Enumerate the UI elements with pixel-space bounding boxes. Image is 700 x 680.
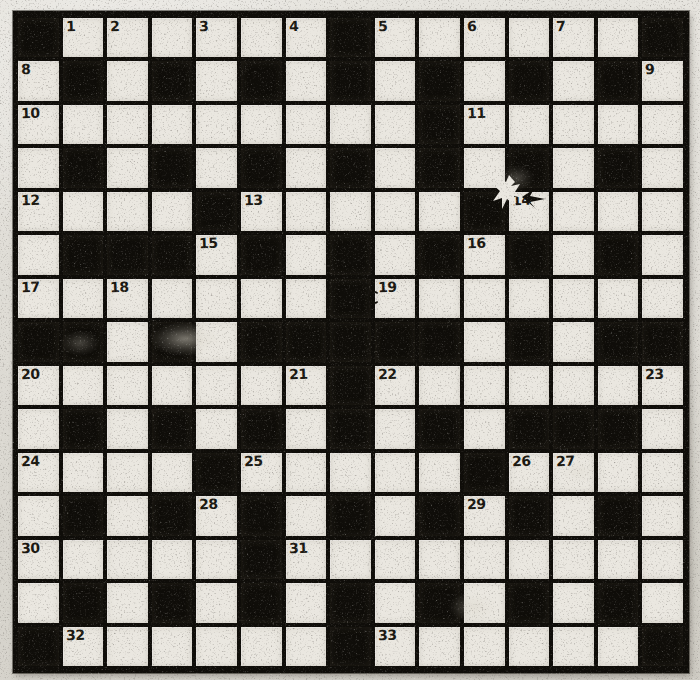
- grid-cell-r9c14[interactable]: [642, 409, 683, 448]
- clue-number-11: 11: [467, 106, 486, 122]
- grid-cell-r12c12[interactable]: [553, 540, 594, 579]
- grid-cell-r6c7-black: [330, 279, 371, 318]
- grid-cell-r5c6[interactable]: [286, 235, 327, 274]
- grid-cell-r0c2[interactable]: 2: [107, 18, 148, 57]
- grid-cell-r13c3-black: [152, 583, 193, 622]
- grid-cell-r12c6[interactable]: 31: [286, 540, 327, 579]
- grid-cell-r2c3[interactable]: [152, 105, 193, 144]
- grid-cell-r3c14[interactable]: [642, 148, 683, 187]
- grid-cell-r3c1-black: [63, 148, 104, 187]
- clue-number-12: 12: [21, 193, 40, 209]
- grid-cell-r8c6[interactable]: 21: [286, 366, 327, 405]
- grid-cell-r13c12[interactable]: [553, 583, 594, 622]
- grid-cell-r7c2[interactable]: [107, 322, 148, 361]
- clue-number-4: 4: [288, 19, 298, 35]
- grid-cell-r3c7-black: [330, 148, 371, 187]
- grid-cell-r1c14[interactable]: 9: [642, 61, 683, 100]
- grid-cell-r9c11-black: [509, 409, 550, 448]
- grid-cell-r11c8[interactable]: [375, 496, 416, 535]
- grid-cell-r13c4[interactable]: [196, 583, 237, 622]
- grid-cell-r4c13[interactable]: [598, 192, 639, 231]
- clue-number-14: 14: [511, 193, 530, 209]
- grid-cell-r8c7-black: [330, 366, 371, 405]
- grid-cell-r9c6[interactable]: [286, 409, 327, 448]
- grid-cell-r10c5[interactable]: 25: [241, 453, 282, 492]
- grid-cell-r4c4-black: [196, 192, 237, 231]
- clue-number-31: 31: [288, 540, 307, 556]
- grid-cell-r5c4[interactable]: 15: [196, 235, 237, 274]
- grid-cell-r10c12[interactable]: 27: [553, 453, 594, 492]
- grid-cell-r14c2[interactable]: [107, 627, 148, 666]
- grid-cell-r3c9-black: [419, 148, 460, 187]
- clue-number-17: 17: [21, 279, 40, 295]
- grid-cell-r4c0[interactable]: 12: [18, 192, 59, 231]
- grid-cell-r0c13[interactable]: [598, 18, 639, 57]
- grid-cell-r11c1-black: [63, 496, 104, 535]
- grid-cell-r5c13-black: [598, 235, 639, 274]
- grid-cell-r2c0[interactable]: 10: [18, 105, 59, 144]
- clue-number-27: 27: [556, 453, 575, 469]
- grid-cell-r7c8-black: [375, 322, 416, 361]
- grid-cell-r1c0[interactable]: 8: [18, 61, 59, 100]
- grid-cell-r7c13-black: [598, 322, 639, 361]
- grid-cell-r11c10[interactable]: 29: [464, 496, 505, 535]
- grid-cell-r3c2[interactable]: [107, 148, 148, 187]
- clue-number-26: 26: [511, 453, 530, 469]
- grid-cell-r5c1-black: [63, 235, 104, 274]
- grid-cell-r5c14[interactable]: [642, 235, 683, 274]
- grid-cell-r6c10[interactable]: [464, 279, 505, 318]
- grid-cell-r9c12-black: [553, 409, 594, 448]
- grid-cell-r13c5-black: [241, 583, 282, 622]
- grid-cell-r0c1[interactable]: 1: [63, 18, 104, 57]
- grid-cell-r14c12[interactable]: [553, 627, 594, 666]
- grid-cell-r6c4[interactable]: [196, 279, 237, 318]
- grid-cell-r8c10[interactable]: [464, 366, 505, 405]
- grid-cell-r1c2[interactable]: [107, 61, 148, 100]
- grid-cell-r10c13[interactable]: [598, 453, 639, 492]
- ink-dot-artifact: [369, 291, 380, 304]
- grid-cell-r0c8[interactable]: 5: [375, 18, 416, 57]
- grid-cell-r6c3[interactable]: [152, 279, 193, 318]
- grid-cell-r9c7-black: [330, 409, 371, 448]
- grid-cell-r1c10[interactable]: [464, 61, 505, 100]
- grid-cell-r11c7-black: [330, 496, 371, 535]
- grid-cell-r12c13[interactable]: [598, 540, 639, 579]
- grid-cell-r12c3[interactable]: [152, 540, 193, 579]
- grid-cell-r8c11[interactable]: [509, 366, 550, 405]
- grid-cell-r0c12[interactable]: 7: [553, 18, 594, 57]
- grid-cell-r0c10[interactable]: 6: [464, 18, 505, 57]
- clue-number-25: 25: [244, 453, 263, 469]
- grid-cell-r13c6[interactable]: [286, 583, 327, 622]
- grid-cell-r12c4[interactable]: [196, 540, 237, 579]
- grid-cell-r5c11-black: [509, 235, 550, 274]
- grid-cell-r4c5[interactable]: 13: [241, 192, 282, 231]
- grid-cell-r6c12[interactable]: [553, 279, 594, 318]
- clue-number-5: 5: [378, 19, 388, 35]
- clue-number-1: 1: [65, 19, 75, 35]
- grid-cell-r10c14[interactable]: [642, 453, 683, 492]
- clue-number-23: 23: [645, 366, 664, 382]
- grid-cell-r7c1-black: [63, 322, 104, 361]
- grid-cell-r9c8[interactable]: [375, 409, 416, 448]
- clue-number-6: 6: [467, 19, 477, 35]
- grid-cell-r10c7[interactable]: [330, 453, 371, 492]
- grid-cell-r5c8[interactable]: [375, 235, 416, 274]
- grid-cell-r8c8[interactable]: 22: [375, 366, 416, 405]
- grid-cell-r1c8[interactable]: [375, 61, 416, 100]
- grid-cell-r3c8[interactable]: [375, 148, 416, 187]
- grid-cell-r11c12[interactable]: [553, 496, 594, 535]
- grid-cell-r8c12[interactable]: [553, 366, 594, 405]
- grid-cell-r6c9[interactable]: [419, 279, 460, 318]
- grid-cell-r8c3[interactable]: [152, 366, 193, 405]
- grid-cell-r5c2-black: [107, 235, 148, 274]
- grid-cell-r11c3-black: [152, 496, 193, 535]
- grid-cell-r0c7-black: [330, 18, 371, 57]
- grid-cell-r14c10[interactable]: [464, 627, 505, 666]
- grid-cell-r10c8[interactable]: [375, 453, 416, 492]
- grid-cell-r7c10[interactable]: [464, 322, 505, 361]
- grid-cell-r10c9[interactable]: [419, 453, 460, 492]
- grid-cell-r7c5-black: [241, 322, 282, 361]
- grid-cell-r9c0[interactable]: [18, 409, 59, 448]
- grid-cell-r6c0[interactable]: 17: [18, 279, 59, 318]
- grid-cell-r13c8[interactable]: [375, 583, 416, 622]
- grid-cell-r2c2[interactable]: [107, 105, 148, 144]
- clue-number-13: 13: [244, 193, 263, 209]
- grid-cell-r14c5[interactable]: [241, 627, 282, 666]
- grid-cell-r0c14-black: [642, 18, 683, 57]
- grid-cell-r9c4[interactable]: [196, 409, 237, 448]
- grid-cell-r6c6[interactable]: [286, 279, 327, 318]
- grid-cell-r5c10[interactable]: 16: [464, 235, 505, 274]
- grid-cell-r2c11[interactable]: [509, 105, 550, 144]
- clue-number-15: 15: [199, 236, 218, 252]
- grid-cell-r1c9-black: [419, 61, 460, 100]
- grid-cell-r8c5[interactable]: [241, 366, 282, 405]
- grid-cell-r8c13[interactable]: [598, 366, 639, 405]
- grid-cell-r3c10[interactable]: [464, 148, 505, 187]
- clue-number-8: 8: [21, 62, 31, 78]
- clue-number-10: 10: [21, 106, 40, 122]
- grid-cell-r6c11[interactable]: [509, 279, 550, 318]
- grid-cell-r5c12[interactable]: [553, 235, 594, 274]
- grid-cell-r2c5[interactable]: [241, 105, 282, 144]
- grid-cell-r7c4[interactable]: [196, 322, 237, 361]
- grid-cell-r11c2[interactable]: [107, 496, 148, 535]
- grid-cell-r13c7-black: [330, 583, 371, 622]
- grid-cell-r3c11-black: [509, 148, 550, 187]
- grid-cell-r12c14[interactable]: [642, 540, 683, 579]
- clue-number-24: 24: [21, 453, 40, 469]
- grid-cell-r9c9-black: [419, 409, 460, 448]
- grid-cell-r14c7-black: [330, 627, 371, 666]
- grid-cell-r12c5-black: [241, 540, 282, 579]
- grid-cell-r6c13[interactable]: [598, 279, 639, 318]
- grid-cell-r3c12[interactable]: [553, 148, 594, 187]
- grid-cell-r0c0-black: [18, 18, 59, 57]
- grid-cell-r3c6[interactable]: [286, 148, 327, 187]
- grid-cell-r14c6[interactable]: [286, 627, 327, 666]
- grid-cell-r5c5-black: [241, 235, 282, 274]
- grid-cell-r4c7[interactable]: [330, 192, 371, 231]
- grid-cell-r0c5[interactable]: [241, 18, 282, 57]
- grid-cell-r2c12[interactable]: [553, 105, 594, 144]
- clue-number-20: 20: [21, 366, 40, 382]
- grid-cell-r13c2[interactable]: [107, 583, 148, 622]
- grid-cell-r4c12[interactable]: [553, 192, 594, 231]
- grid-cell-r2c8[interactable]: [375, 105, 416, 144]
- grid-cell-r13c1-black: [63, 583, 104, 622]
- grid-cell-r10c1[interactable]: [63, 453, 104, 492]
- grid-cell-r12c11[interactable]: [509, 540, 550, 579]
- grid-cell-r7c3-black: [152, 322, 193, 361]
- clue-number-2: 2: [110, 19, 120, 35]
- grid-cell-r13c9-black: [419, 583, 460, 622]
- clue-number-33: 33: [378, 627, 397, 643]
- clue-number-9: 9: [645, 62, 655, 78]
- grid-cell-r11c0[interactable]: [18, 496, 59, 535]
- grid-cell-r4c11[interactable]: 14: [509, 192, 550, 231]
- grid-cell-r3c5-black: [241, 148, 282, 187]
- clue-number-22: 22: [378, 366, 397, 382]
- grid-cell-r0c11[interactable]: [509, 18, 550, 57]
- grid-cell-r11c6[interactable]: [286, 496, 327, 535]
- clue-number-19: 19: [378, 279, 397, 295]
- grid-cell-r7c6-black: [286, 322, 327, 361]
- crossword-board: 1234567891011121314151617181920212223242…: [13, 11, 689, 673]
- grid-cell-r6c8[interactable]: 19: [375, 279, 416, 318]
- clue-number-3: 3: [199, 19, 209, 35]
- grid-cell-r9c1-black: [63, 409, 104, 448]
- grid-cell-r6c5[interactable]: [241, 279, 282, 318]
- grid-cell-r14c13[interactable]: [598, 627, 639, 666]
- grid-cell-r0c3[interactable]: [152, 18, 193, 57]
- grid-cell-r7c0-black: [18, 322, 59, 361]
- grid-cell-r6c2[interactable]: 18: [107, 279, 148, 318]
- grid-cell-r13c10[interactable]: [464, 583, 505, 622]
- grid-cell-r1c13-black: [598, 61, 639, 100]
- grid-cell-r2c6[interactable]: [286, 105, 327, 144]
- grid-cell-r14c14-black: [642, 627, 683, 666]
- clue-number-16: 16: [467, 236, 486, 252]
- grid-cell-r6c1[interactable]: [63, 279, 104, 318]
- grid-cell-r8c4[interactable]: [196, 366, 237, 405]
- grid-cell-r9c5-black: [241, 409, 282, 448]
- grid-cell-r1c6[interactable]: [286, 61, 327, 100]
- grid-cell-r3c0[interactable]: [18, 148, 59, 187]
- clue-number-29: 29: [467, 497, 486, 513]
- grid-cell-r12c0[interactable]: 30: [18, 540, 59, 579]
- grid-cell-r2c1[interactable]: [63, 105, 104, 144]
- grid-cell-r12c7[interactable]: [330, 540, 371, 579]
- grid-cell-r11c14[interactable]: [642, 496, 683, 535]
- grid-cell-r10c6[interactable]: [286, 453, 327, 492]
- grid-cell-r9c10[interactable]: [464, 409, 505, 448]
- grid-cell-r11c5-black: [241, 496, 282, 535]
- grid-cell-r7c9-black: [419, 322, 460, 361]
- grid-cell-r2c14[interactable]: [642, 105, 683, 144]
- grid-cell-r10c11[interactable]: 26: [509, 453, 550, 492]
- grid-cell-r1c3-black: [152, 61, 193, 100]
- grid-cell-r14c11[interactable]: [509, 627, 550, 666]
- grid-cell-r2c10[interactable]: 11: [464, 105, 505, 144]
- grid-cell-r0c9[interactable]: [419, 18, 460, 57]
- grid-cell-r8c9[interactable]: [419, 366, 460, 405]
- grid-cell-r8c1[interactable]: [63, 366, 104, 405]
- grid-cell-r6c14[interactable]: [642, 279, 683, 318]
- clue-number-32: 32: [65, 627, 84, 643]
- grid-cell-r9c3-black: [152, 409, 193, 448]
- grid-cell-r5c0[interactable]: [18, 235, 59, 274]
- grid-cell-r10c4-black: [196, 453, 237, 492]
- grid-cell-r12c8[interactable]: [375, 540, 416, 579]
- grid-cell-r4c1[interactable]: [63, 192, 104, 231]
- grid-cell-r10c2[interactable]: [107, 453, 148, 492]
- grid-cell-r13c14[interactable]: [642, 583, 683, 622]
- grid-cell-r14c3[interactable]: [152, 627, 193, 666]
- grid-cell-r1c4[interactable]: [196, 61, 237, 100]
- grid-cell-r7c14-black: [642, 322, 683, 361]
- grid-cell-r3c4[interactable]: [196, 148, 237, 187]
- grid-cell-r2c7[interactable]: [330, 105, 371, 144]
- grid-cell-r12c10[interactable]: [464, 540, 505, 579]
- clue-number-28: 28: [199, 497, 218, 513]
- grid-cell-r4c3[interactable]: [152, 192, 193, 231]
- grid-cell-r5c3-black: [152, 235, 193, 274]
- grid-cell-r0c4[interactable]: 3: [196, 18, 237, 57]
- grid-cell-r5c7-black: [330, 235, 371, 274]
- grid-cell-r10c0[interactable]: 24: [18, 453, 59, 492]
- clue-number-30: 30: [21, 540, 40, 556]
- grid-cell-r0c6[interactable]: 4: [286, 18, 327, 57]
- grid-cell-r5c9-black: [419, 235, 460, 274]
- grid-cell-r14c8[interactable]: 33: [375, 627, 416, 666]
- grid-cell-r14c9[interactable]: [419, 627, 460, 666]
- grid-cell-r13c0[interactable]: [18, 583, 59, 622]
- grid-cell-r1c12[interactable]: [553, 61, 594, 100]
- grid-cell-r2c4[interactable]: [196, 105, 237, 144]
- grid-cell-r7c12[interactable]: [553, 322, 594, 361]
- grid-cell-r1c1-black: [63, 61, 104, 100]
- grid-cell-r14c0-black: [18, 627, 59, 666]
- grid-cell-r9c2[interactable]: [107, 409, 148, 448]
- grid-cell-r14c1[interactable]: 32: [63, 627, 104, 666]
- grid-cell-r8c0[interactable]: 20: [18, 366, 59, 405]
- grid-cell-r11c13-black: [598, 496, 639, 535]
- grid-cell-r4c6[interactable]: [286, 192, 327, 231]
- grid-cell-r4c9[interactable]: [419, 192, 460, 231]
- grid-cell-r3c13-black: [598, 148, 639, 187]
- grid-cell-r11c4[interactable]: 28: [196, 496, 237, 535]
- grid-cell-r8c2[interactable]: [107, 366, 148, 405]
- grid-cell-r11c9-black: [419, 496, 460, 535]
- grid-cell-r2c13[interactable]: [598, 105, 639, 144]
- grid-cell-r13c11-black: [509, 583, 550, 622]
- grid-cell-r7c11-black: [509, 322, 550, 361]
- grid-cell-r7c7-black: [330, 322, 371, 361]
- grid-cell-r10c10-black: [464, 453, 505, 492]
- grid-cell-r4c14[interactable]: [642, 192, 683, 231]
- grid-cell-r9c13-black: [598, 409, 639, 448]
- grid-cell-r14c4[interactable]: [196, 627, 237, 666]
- grid-cell-r1c11-black: [509, 61, 550, 100]
- grid-cell-r2c9-black: [419, 105, 460, 144]
- clue-number-18: 18: [110, 279, 129, 295]
- clue-number-7: 7: [556, 19, 566, 35]
- grid-cell-r1c5-black: [241, 61, 282, 100]
- grid-cell-r13c13-black: [598, 583, 639, 622]
- clue-number-21: 21: [288, 366, 307, 382]
- grid-cell-r12c9[interactable]: [419, 540, 460, 579]
- grid-cell-r4c2[interactable]: [107, 192, 148, 231]
- grid-cell-r3c3-black: [152, 148, 193, 187]
- grid-cell-r12c1[interactable]: [63, 540, 104, 579]
- grid-cell-r4c10-black: [464, 192, 505, 231]
- grid-cell-r10c3[interactable]: [152, 453, 193, 492]
- grid-cell-r1c7-black: [330, 61, 371, 100]
- grid-cell-r4c8[interactable]: [375, 192, 416, 231]
- grid-cell-r12c2[interactable]: [107, 540, 148, 579]
- grid-cell-r11c11-black: [509, 496, 550, 535]
- grid-cell-r8c14[interactable]: 23: [642, 366, 683, 405]
